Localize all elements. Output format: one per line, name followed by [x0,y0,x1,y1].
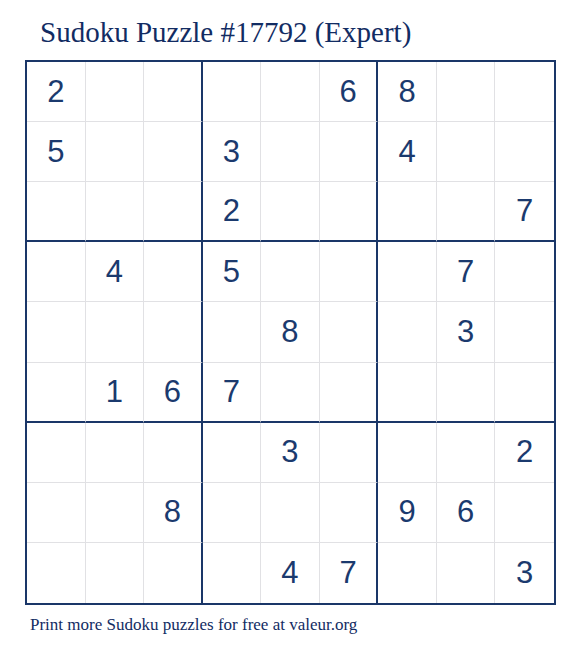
cell-r4c1 [27,242,86,302]
cell-r2c4: 3 [203,122,262,182]
cell-r9c7 [378,543,437,603]
cell-r1c5 [261,62,320,122]
cell-r2c7: 4 [378,122,437,182]
cell-r8c8: 6 [437,483,496,543]
cell-r5c3 [144,302,203,362]
cell-r5c9 [495,302,554,362]
cell-r1c4 [203,62,262,122]
cell-r1c3 [144,62,203,122]
cell-r8c6 [320,483,379,543]
cell-r8c3: 8 [144,483,203,543]
cell-r6c9 [495,363,554,423]
cell-r6c3: 6 [144,363,203,423]
cell-r3c1 [27,182,86,242]
page: Sudoku Puzzle #17792 (Expert) 2685342745… [0,0,580,651]
cell-r1c2 [86,62,145,122]
cell-r3c5 [261,182,320,242]
cell-r5c8: 3 [437,302,496,362]
cell-r3c6 [320,182,379,242]
cell-r8c7: 9 [378,483,437,543]
cell-r7c8 [437,423,496,483]
cell-r8c4 [203,483,262,543]
cell-r4c5 [261,242,320,302]
cell-r6c5 [261,363,320,423]
cell-r9c8 [437,543,496,603]
cell-r8c2 [86,483,145,543]
cell-r7c2 [86,423,145,483]
cell-r2c8 [437,122,496,182]
cell-r5c4 [203,302,262,362]
cell-r2c5 [261,122,320,182]
cell-r5c2 [86,302,145,362]
cell-r9c5: 4 [261,543,320,603]
cell-r4c4: 5 [203,242,262,302]
cell-r9c4 [203,543,262,603]
cell-r7c4 [203,423,262,483]
cell-r6c4: 7 [203,363,262,423]
cell-r3c3 [144,182,203,242]
sudoku-board: 268534274578316732896473 [25,60,556,605]
cell-r3c7 [378,182,437,242]
cell-r4c2: 4 [86,242,145,302]
cell-r6c6 [320,363,379,423]
cell-r7c6 [320,423,379,483]
cell-r9c6: 7 [320,543,379,603]
cell-r2c3 [144,122,203,182]
cell-r7c1 [27,423,86,483]
cell-r3c4: 2 [203,182,262,242]
cell-r9c9: 3 [495,543,554,603]
cell-r6c7 [378,363,437,423]
footer-text: Print more Sudoku puzzles for free at va… [30,615,357,635]
cell-r3c9: 7 [495,182,554,242]
cell-r6c2: 1 [86,363,145,423]
cell-r8c9 [495,483,554,543]
cell-r2c6 [320,122,379,182]
cell-r9c3 [144,543,203,603]
cell-r4c7 [378,242,437,302]
cell-r1c9 [495,62,554,122]
cell-r6c8 [437,363,496,423]
cell-r1c8 [437,62,496,122]
cell-r5c6 [320,302,379,362]
cell-r9c1 [27,543,86,603]
cell-r3c8 [437,182,496,242]
cell-r5c5: 8 [261,302,320,362]
cell-r7c3 [144,423,203,483]
cell-r1c6: 6 [320,62,379,122]
cell-r6c1 [27,363,86,423]
cell-r4c9 [495,242,554,302]
cell-r8c5 [261,483,320,543]
cell-r2c1: 5 [27,122,86,182]
cell-r9c2 [86,543,145,603]
cell-r4c3 [144,242,203,302]
cell-r2c9 [495,122,554,182]
cell-r7c7 [378,423,437,483]
cell-r2c2 [86,122,145,182]
cell-r1c1: 2 [27,62,86,122]
cell-r8c1 [27,483,86,543]
cell-r5c1 [27,302,86,362]
cell-r4c6 [320,242,379,302]
cell-r7c9: 2 [495,423,554,483]
cell-r1c7: 8 [378,62,437,122]
cell-r7c5: 3 [261,423,320,483]
cell-r4c8: 7 [437,242,496,302]
cell-r5c7 [378,302,437,362]
cell-r3c2 [86,182,145,242]
page-title: Sudoku Puzzle #17792 (Expert) [40,16,411,49]
